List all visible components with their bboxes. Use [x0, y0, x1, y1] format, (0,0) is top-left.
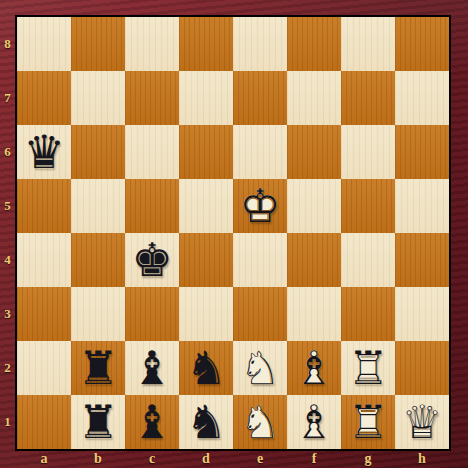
square-f2[interactable]: ♝♗: [287, 341, 341, 395]
piece-black-rook[interactable]: ♜: [71, 341, 125, 395]
square-g7[interactable]: [341, 71, 395, 125]
square-b7[interactable]: [71, 71, 125, 125]
square-f3[interactable]: [287, 287, 341, 341]
square-b4[interactable]: [71, 233, 125, 287]
black-rook-icon: ♜: [71, 395, 125, 449]
square-h2[interactable]: [395, 341, 449, 395]
square-f8[interactable]: [287, 17, 341, 71]
square-a4[interactable]: [17, 233, 71, 287]
file-label-h: h: [395, 449, 449, 468]
rank-label-8: 8: [0, 17, 15, 71]
white-rook-outline-icon: ♖: [341, 341, 395, 395]
white-rook-outline-icon: ♖: [341, 395, 395, 449]
square-f4[interactable]: [287, 233, 341, 287]
black-king-icon: ♚: [125, 233, 179, 287]
square-c5[interactable]: [125, 179, 179, 233]
square-e5[interactable]: ♚♔: [233, 179, 287, 233]
square-h6[interactable]: [395, 125, 449, 179]
file-label-b: b: [71, 449, 125, 468]
black-knight-icon: ♞: [179, 395, 233, 449]
white-knight-outline-icon: ♘: [233, 341, 287, 395]
rank-label-1: 1: [0, 395, 15, 449]
square-d2[interactable]: ♞: [179, 341, 233, 395]
square-a1[interactable]: [17, 395, 71, 449]
rank-label-4: 4: [0, 233, 15, 287]
file-label-a: a: [17, 449, 71, 468]
square-h8[interactable]: [395, 17, 449, 71]
square-b2[interactable]: ♜: [71, 341, 125, 395]
square-a3[interactable]: [17, 287, 71, 341]
square-h5[interactable]: [395, 179, 449, 233]
white-knight-outline-icon: ♘: [233, 395, 287, 449]
piece-black-queen[interactable]: ♛: [17, 125, 71, 179]
rank-label-2: 2: [0, 341, 15, 395]
chessboard-frame: ♛♚♔♚♜♝♞♞♘♝♗♜♖♜♝♞♞♘♝♗♜♖♛♕ 87654321abcdefg…: [0, 0, 468, 468]
square-c6[interactable]: [125, 125, 179, 179]
file-label-d: d: [179, 449, 233, 468]
square-g4[interactable]: [341, 233, 395, 287]
piece-white-queen[interactable]: ♛♕: [395, 395, 449, 449]
square-c2[interactable]: ♝: [125, 341, 179, 395]
piece-white-rook[interactable]: ♜♖: [341, 341, 395, 395]
piece-white-king[interactable]: ♚♔: [233, 179, 287, 233]
file-label-f: f: [287, 449, 341, 468]
square-d4[interactable]: [179, 233, 233, 287]
square-e8[interactable]: [233, 17, 287, 71]
file-label-e: e: [233, 449, 287, 468]
file-label-c: c: [125, 449, 179, 468]
square-d1[interactable]: ♞: [179, 395, 233, 449]
white-bishop-outline-icon: ♗: [287, 395, 341, 449]
black-bishop-icon: ♝: [125, 395, 179, 449]
square-h1[interactable]: ♛♕: [395, 395, 449, 449]
square-a2[interactable]: [17, 341, 71, 395]
square-d7[interactable]: [179, 71, 233, 125]
white-bishop-outline-icon: ♗: [287, 341, 341, 395]
square-a6[interactable]: ♛: [17, 125, 71, 179]
rank-label-6: 6: [0, 125, 15, 179]
square-g8[interactable]: [341, 17, 395, 71]
piece-black-king[interactable]: ♚: [125, 233, 179, 287]
square-e7[interactable]: [233, 71, 287, 125]
white-queen-outline-icon: ♕: [395, 395, 449, 449]
square-a7[interactable]: [17, 71, 71, 125]
square-b8[interactable]: [71, 17, 125, 71]
rank-label-7: 7: [0, 71, 15, 125]
square-f7[interactable]: [287, 71, 341, 125]
square-a5[interactable]: [17, 179, 71, 233]
rank-label-5: 5: [0, 179, 15, 233]
square-e1[interactable]: ♞♘: [233, 395, 287, 449]
piece-black-bishop[interactable]: ♝: [125, 341, 179, 395]
white-king-outline-icon: ♔: [233, 179, 287, 233]
square-e6[interactable]: [233, 125, 287, 179]
square-g5[interactable]: [341, 179, 395, 233]
square-d3[interactable]: [179, 287, 233, 341]
piece-white-knight[interactable]: ♞♘: [233, 341, 287, 395]
square-h7[interactable]: [395, 71, 449, 125]
square-c8[interactable]: [125, 17, 179, 71]
piece-black-rook[interactable]: ♜: [71, 395, 125, 449]
black-bishop-icon: ♝: [125, 341, 179, 395]
square-d5[interactable]: [179, 179, 233, 233]
square-e4[interactable]: [233, 233, 287, 287]
piece-white-bishop[interactable]: ♝♗: [287, 341, 341, 395]
piece-white-rook[interactable]: ♜♖: [341, 395, 395, 449]
square-f1[interactable]: ♝♗: [287, 395, 341, 449]
square-d8[interactable]: [179, 17, 233, 71]
square-d6[interactable]: [179, 125, 233, 179]
square-a8[interactable]: [17, 17, 71, 71]
square-b5[interactable]: [71, 179, 125, 233]
square-c3[interactable]: [125, 287, 179, 341]
file-label-g: g: [341, 449, 395, 468]
square-g2[interactable]: ♜♖: [341, 341, 395, 395]
square-f6[interactable]: [287, 125, 341, 179]
square-e2[interactable]: ♞♘: [233, 341, 287, 395]
square-e3[interactable]: [233, 287, 287, 341]
black-rook-icon: ♜: [71, 341, 125, 395]
square-f5[interactable]: [287, 179, 341, 233]
square-c4[interactable]: ♚: [125, 233, 179, 287]
black-queen-icon: ♛: [17, 125, 71, 179]
piece-white-bishop[interactable]: ♝♗: [287, 395, 341, 449]
square-h3[interactable]: [395, 287, 449, 341]
board: ♛♚♔♚♜♝♞♞♘♝♗♜♖♜♝♞♞♘♝♗♜♖♛♕: [15, 15, 451, 451]
piece-black-bishop[interactable]: ♝: [125, 395, 179, 449]
square-c7[interactable]: [125, 71, 179, 125]
piece-white-knight[interactable]: ♞♘: [233, 395, 287, 449]
square-b1[interactable]: ♜: [71, 395, 125, 449]
square-b3[interactable]: [71, 287, 125, 341]
black-knight-icon: ♞: [179, 341, 233, 395]
square-b6[interactable]: [71, 125, 125, 179]
piece-black-knight[interactable]: ♞: [179, 395, 233, 449]
square-h4[interactable]: [395, 233, 449, 287]
piece-black-knight[interactable]: ♞: [179, 341, 233, 395]
square-g1[interactable]: ♜♖: [341, 395, 395, 449]
rank-label-3: 3: [0, 287, 15, 341]
square-g3[interactable]: [341, 287, 395, 341]
square-g6[interactable]: [341, 125, 395, 179]
square-c1[interactable]: ♝: [125, 395, 179, 449]
